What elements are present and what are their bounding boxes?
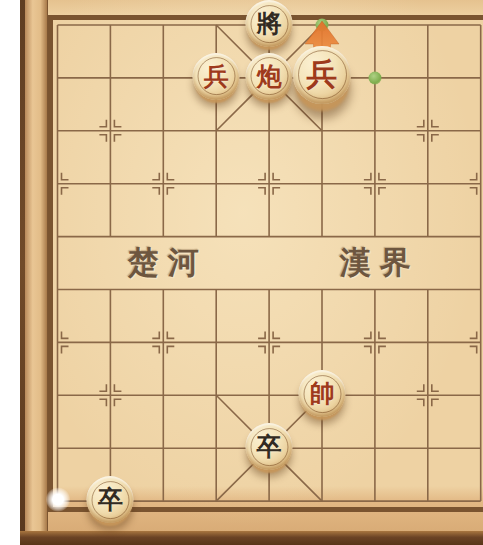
piece-red-soldier-f9[interactable]: 兵: [293, 46, 351, 104]
piece-glyph: 兵: [293, 46, 351, 104]
highlight-dot: [46, 488, 70, 512]
xiangqi-board: 楚河 漢界 將兵炮兵帥卒卒: [0, 0, 483, 545]
move-arrow-layer: [0, 0, 483, 545]
